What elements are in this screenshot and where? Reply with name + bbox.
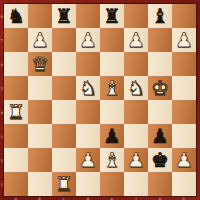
square-c1[interactable]: ♜ <box>52 172 76 196</box>
square-b8[interactable] <box>28 4 52 28</box>
square-f6[interactable] <box>124 52 148 76</box>
white-knight[interactable]: ♞ <box>127 78 145 98</box>
square-e5[interactable]: ♝ <box>100 76 124 100</box>
white-knight[interactable]: ♞ <box>79 78 97 98</box>
square-d1[interactable] <box>76 172 100 196</box>
square-a3[interactable] <box>4 124 28 148</box>
square-b2[interactable] <box>28 148 52 172</box>
square-h2[interactable]: ♟ <box>172 148 196 172</box>
black-knight[interactable]: ♞ <box>7 6 25 26</box>
square-h6[interactable] <box>172 52 196 76</box>
file-label-b: b <box>28 196 52 200</box>
square-h7[interactable]: ♟ <box>172 28 196 52</box>
white-bishop[interactable]: ♝ <box>103 150 121 170</box>
white-pawn[interactable]: ♟ <box>175 30 193 50</box>
rank-label-7: 7 <box>0 28 4 52</box>
square-g4[interactable] <box>148 100 172 124</box>
square-f8[interactable] <box>124 4 148 28</box>
white-pawn[interactable]: ♟ <box>127 30 145 50</box>
square-c6[interactable] <box>52 52 76 76</box>
square-e7[interactable] <box>100 28 124 52</box>
white-pawn[interactable]: ♟ <box>127 150 145 170</box>
rank-label-3: 3 <box>0 124 4 148</box>
square-c3[interactable] <box>52 124 76 148</box>
square-b7[interactable]: ♟ <box>28 28 52 52</box>
white-pawn[interactable]: ♟ <box>79 30 97 50</box>
file-label-g: g <box>148 196 172 200</box>
white-pawn[interactable]: ♟ <box>31 30 49 50</box>
black-rook[interactable]: ♜ <box>55 6 73 26</box>
square-b4[interactable] <box>28 100 52 124</box>
square-a5[interactable] <box>4 76 28 100</box>
square-e1[interactable] <box>100 172 124 196</box>
square-e4[interactable] <box>100 100 124 124</box>
square-d6[interactable] <box>76 52 100 76</box>
white-rook[interactable]: ♜ <box>7 102 25 122</box>
black-king[interactable]: ♚ <box>151 150 169 170</box>
square-g5[interactable]: ♚ <box>148 76 172 100</box>
white-pawn[interactable]: ♟ <box>79 150 97 170</box>
square-a2[interactable] <box>4 148 28 172</box>
square-a1[interactable] <box>4 172 28 196</box>
square-d7[interactable]: ♟ <box>76 28 100 52</box>
white-rook[interactable]: ♜ <box>55 174 73 194</box>
square-d3[interactable] <box>76 124 100 148</box>
file-label-f: f <box>124 196 148 200</box>
square-h4[interactable] <box>172 100 196 124</box>
file-label-a: a <box>4 196 28 200</box>
file-label-d: d <box>76 196 100 200</box>
black-pawn[interactable]: ♟ <box>103 126 121 146</box>
square-e6[interactable] <box>100 52 124 76</box>
square-d8[interactable] <box>76 4 100 28</box>
square-b5[interactable] <box>28 76 52 100</box>
square-f3[interactable] <box>124 124 148 148</box>
square-b3[interactable] <box>28 124 52 148</box>
rank-label-2: 2 <box>0 148 4 172</box>
square-d5[interactable]: ♞ <box>76 76 100 100</box>
white-king[interactable]: ♚ <box>151 78 169 98</box>
square-c5[interactable] <box>52 76 76 100</box>
white-pawn[interactable]: ♟ <box>175 150 193 170</box>
rank-label-1: 1 <box>0 172 4 196</box>
square-f4[interactable] <box>124 100 148 124</box>
square-a4[interactable]: ♜ <box>4 100 28 124</box>
file-label-c: c <box>52 196 76 200</box>
file-label-h: h <box>172 196 196 200</box>
square-d4[interactable] <box>76 100 100 124</box>
rank-label-4: 4 <box>0 100 4 124</box>
square-b6[interactable]: ♛ <box>28 52 52 76</box>
square-h5[interactable] <box>172 76 196 100</box>
square-c7[interactable] <box>52 28 76 52</box>
file-label-e: e <box>100 196 124 200</box>
square-b1[interactable] <box>28 172 52 196</box>
rank-label-6: 6 <box>0 52 4 76</box>
square-c2[interactable] <box>52 148 76 172</box>
black-pawn[interactable]: ♟ <box>151 126 169 146</box>
square-a8[interactable]: ♞ <box>4 4 28 28</box>
square-f7[interactable]: ♟ <box>124 28 148 52</box>
square-h1[interactable] <box>172 172 196 196</box>
rank-label-5: 5 <box>0 76 4 100</box>
square-a6[interactable] <box>4 52 28 76</box>
square-h8[interactable] <box>172 4 196 28</box>
square-a7[interactable] <box>4 28 28 52</box>
square-c4[interactable] <box>52 100 76 124</box>
square-h3[interactable] <box>172 124 196 148</box>
black-bishop[interactable]: ♝ <box>151 6 169 26</box>
square-f2[interactable]: ♟ <box>124 148 148 172</box>
square-e8[interactable]: ♜ <box>100 4 124 28</box>
square-g1[interactable] <box>148 172 172 196</box>
rank-label-8: 8 <box>0 4 4 28</box>
square-e2[interactable]: ♝ <box>100 148 124 172</box>
square-g7[interactable] <box>148 28 172 52</box>
square-g3[interactable]: ♟ <box>148 124 172 148</box>
square-g6[interactable] <box>148 52 172 76</box>
white-queen[interactable]: ♛ <box>31 54 49 74</box>
black-rook[interactable]: ♜ <box>103 6 121 26</box>
square-e3[interactable]: ♟ <box>100 124 124 148</box>
square-g2[interactable]: ♚ <box>148 148 172 172</box>
square-d2[interactable]: ♟ <box>76 148 100 172</box>
chess-board: ♞♜♜♝♟♟♟♟♛♞♝♞♚♜♟♟♟♝♟♚♟♜ 87654321 abcdefgh <box>0 0 200 200</box>
square-f5[interactable]: ♞ <box>124 76 148 100</box>
board-grid: ♞♜♜♝♟♟♟♟♛♞♝♞♚♜♟♟♟♝♟♚♟♜ <box>4 4 196 196</box>
square-c8[interactable]: ♜ <box>52 4 76 28</box>
square-g8[interactable]: ♝ <box>148 4 172 28</box>
square-f1[interactable] <box>124 172 148 196</box>
white-bishop[interactable]: ♝ <box>103 78 121 98</box>
